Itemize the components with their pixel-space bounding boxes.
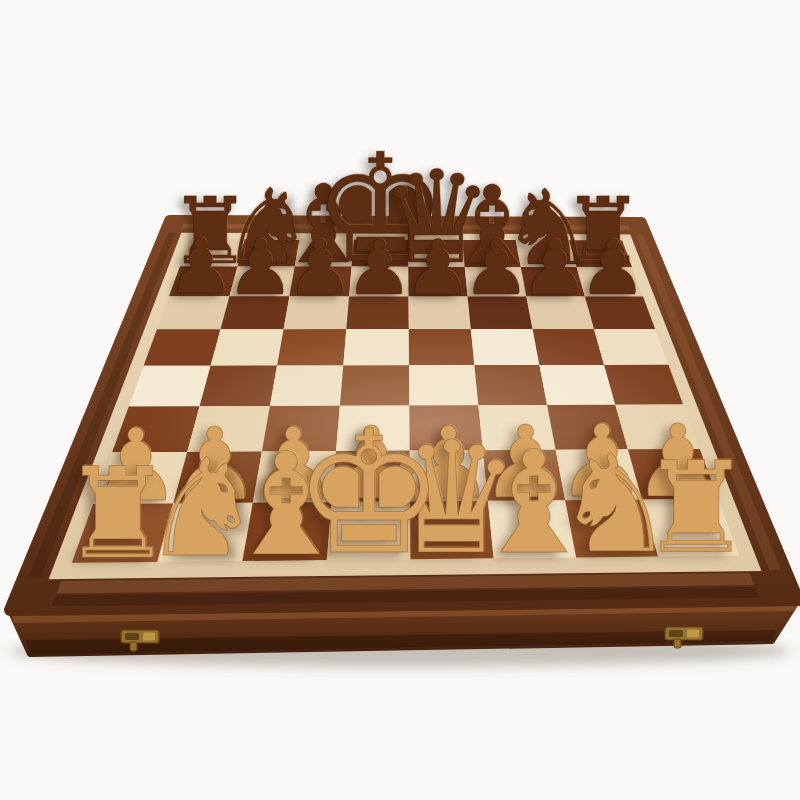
- square-d7: [349, 267, 408, 297]
- square-e8: [408, 240, 465, 267]
- square-a5: [144, 329, 221, 366]
- square-b8: [238, 239, 300, 266]
- square-a8: [180, 239, 245, 266]
- square-a6: [157, 296, 229, 329]
- square-h7: [577, 267, 643, 297]
- square-a7: [169, 266, 238, 296]
- square-e7: [408, 267, 467, 297]
- square-h6: [585, 297, 655, 329]
- square-c6: [284, 296, 350, 329]
- square-b1: [157, 503, 252, 562]
- square-d8: [352, 240, 409, 267]
- square-h8: [569, 240, 632, 267]
- square-f8: [462, 240, 521, 267]
- square-c7: [289, 267, 351, 297]
- board-sheen: [150, 320, 710, 530]
- square-b7: [229, 266, 294, 296]
- square-g8: [516, 240, 577, 267]
- square-f7: [465, 267, 527, 297]
- chess-set-photo: ♜♞♝♚♛♝♞♜♟♟♟♟♟♟♟♟♟♟♟♟♟♟♟♟♜♞♝♛♚♝♞♜: [0, 0, 800, 800]
- square-c8: [295, 239, 354, 266]
- square-b6: [221, 296, 290, 329]
- square-g6: [526, 297, 594, 330]
- square-g7: [521, 267, 585, 297]
- chess-board: [0, 0, 800, 800]
